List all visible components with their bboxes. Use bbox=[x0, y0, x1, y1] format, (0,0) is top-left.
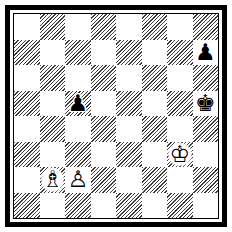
board-inner-border: ♟♟♚♔♗♙ bbox=[13, 13, 219, 219]
square-h3[interactable] bbox=[193, 142, 219, 168]
square-e4[interactable] bbox=[116, 116, 142, 142]
square-g2[interactable] bbox=[167, 167, 193, 193]
square-g4[interactable] bbox=[167, 116, 193, 142]
square-d7[interactable] bbox=[91, 40, 117, 66]
square-e8[interactable] bbox=[116, 14, 142, 40]
square-d1[interactable] bbox=[91, 193, 117, 219]
square-f7[interactable] bbox=[142, 40, 168, 66]
square-c2[interactable]: ♙ bbox=[65, 167, 91, 193]
square-e3[interactable] bbox=[116, 142, 142, 168]
square-g1[interactable] bbox=[167, 193, 193, 219]
square-a6[interactable] bbox=[14, 65, 40, 91]
square-e5[interactable] bbox=[116, 91, 142, 117]
square-a1[interactable] bbox=[14, 193, 40, 219]
square-g5[interactable] bbox=[167, 91, 193, 117]
square-c8[interactable] bbox=[65, 14, 91, 40]
square-f4[interactable] bbox=[142, 116, 168, 142]
board-frame: ♟♟♚♔♗♙ bbox=[5, 5, 227, 227]
white-pawn-piece[interactable]: ♙ bbox=[65, 167, 91, 193]
square-f8[interactable] bbox=[142, 14, 168, 40]
black-pawn-piece[interactable]: ♟ bbox=[193, 40, 219, 66]
square-e2[interactable] bbox=[116, 167, 142, 193]
square-a5[interactable] bbox=[14, 91, 40, 117]
square-a2[interactable] bbox=[14, 167, 40, 193]
square-d8[interactable] bbox=[91, 14, 117, 40]
square-a3[interactable] bbox=[14, 142, 40, 168]
chess-board: ♟♟♚♔♗♙ bbox=[14, 14, 218, 218]
square-a4[interactable] bbox=[14, 116, 40, 142]
square-b8[interactable] bbox=[40, 14, 66, 40]
square-h7[interactable]: ♟ bbox=[193, 40, 219, 66]
square-a7[interactable] bbox=[14, 40, 40, 66]
square-d3[interactable] bbox=[91, 142, 117, 168]
square-h5[interactable]: ♚ bbox=[193, 91, 219, 117]
square-c6[interactable] bbox=[65, 65, 91, 91]
square-h4[interactable] bbox=[193, 116, 219, 142]
square-d6[interactable] bbox=[91, 65, 117, 91]
square-g6[interactable] bbox=[167, 65, 193, 91]
square-h8[interactable] bbox=[193, 14, 219, 40]
square-f1[interactable] bbox=[142, 193, 168, 219]
square-g3[interactable]: ♔ bbox=[167, 142, 193, 168]
black-pawn-piece[interactable]: ♟ bbox=[65, 91, 91, 117]
square-b2[interactable]: ♗ bbox=[40, 167, 66, 193]
square-b4[interactable] bbox=[40, 116, 66, 142]
square-d5[interactable] bbox=[91, 91, 117, 117]
square-b7[interactable] bbox=[40, 40, 66, 66]
square-c5[interactable]: ♟ bbox=[65, 91, 91, 117]
chess-diagram: ♟♟♚♔♗♙ bbox=[0, 0, 232, 232]
white-bishop-piece[interactable]: ♗ bbox=[40, 167, 66, 193]
square-e1[interactable] bbox=[116, 193, 142, 219]
square-a8[interactable] bbox=[14, 14, 40, 40]
white-king-piece[interactable]: ♔ bbox=[167, 142, 193, 168]
square-g8[interactable] bbox=[167, 14, 193, 40]
square-b1[interactable] bbox=[40, 193, 66, 219]
square-c7[interactable] bbox=[65, 40, 91, 66]
square-b5[interactable] bbox=[40, 91, 66, 117]
square-b6[interactable] bbox=[40, 65, 66, 91]
square-h6[interactable] bbox=[193, 65, 219, 91]
square-c4[interactable] bbox=[65, 116, 91, 142]
square-f3[interactable] bbox=[142, 142, 168, 168]
square-f6[interactable] bbox=[142, 65, 168, 91]
black-king-piece[interactable]: ♚ bbox=[193, 91, 219, 117]
square-e6[interactable] bbox=[116, 65, 142, 91]
square-h2[interactable] bbox=[193, 167, 219, 193]
square-c1[interactable] bbox=[65, 193, 91, 219]
square-h1[interactable] bbox=[193, 193, 219, 219]
square-d4[interactable] bbox=[91, 116, 117, 142]
square-f5[interactable] bbox=[142, 91, 168, 117]
square-c3[interactable] bbox=[65, 142, 91, 168]
square-d2[interactable] bbox=[91, 167, 117, 193]
square-g7[interactable] bbox=[167, 40, 193, 66]
square-f2[interactable] bbox=[142, 167, 168, 193]
square-e7[interactable] bbox=[116, 40, 142, 66]
square-b3[interactable] bbox=[40, 142, 66, 168]
